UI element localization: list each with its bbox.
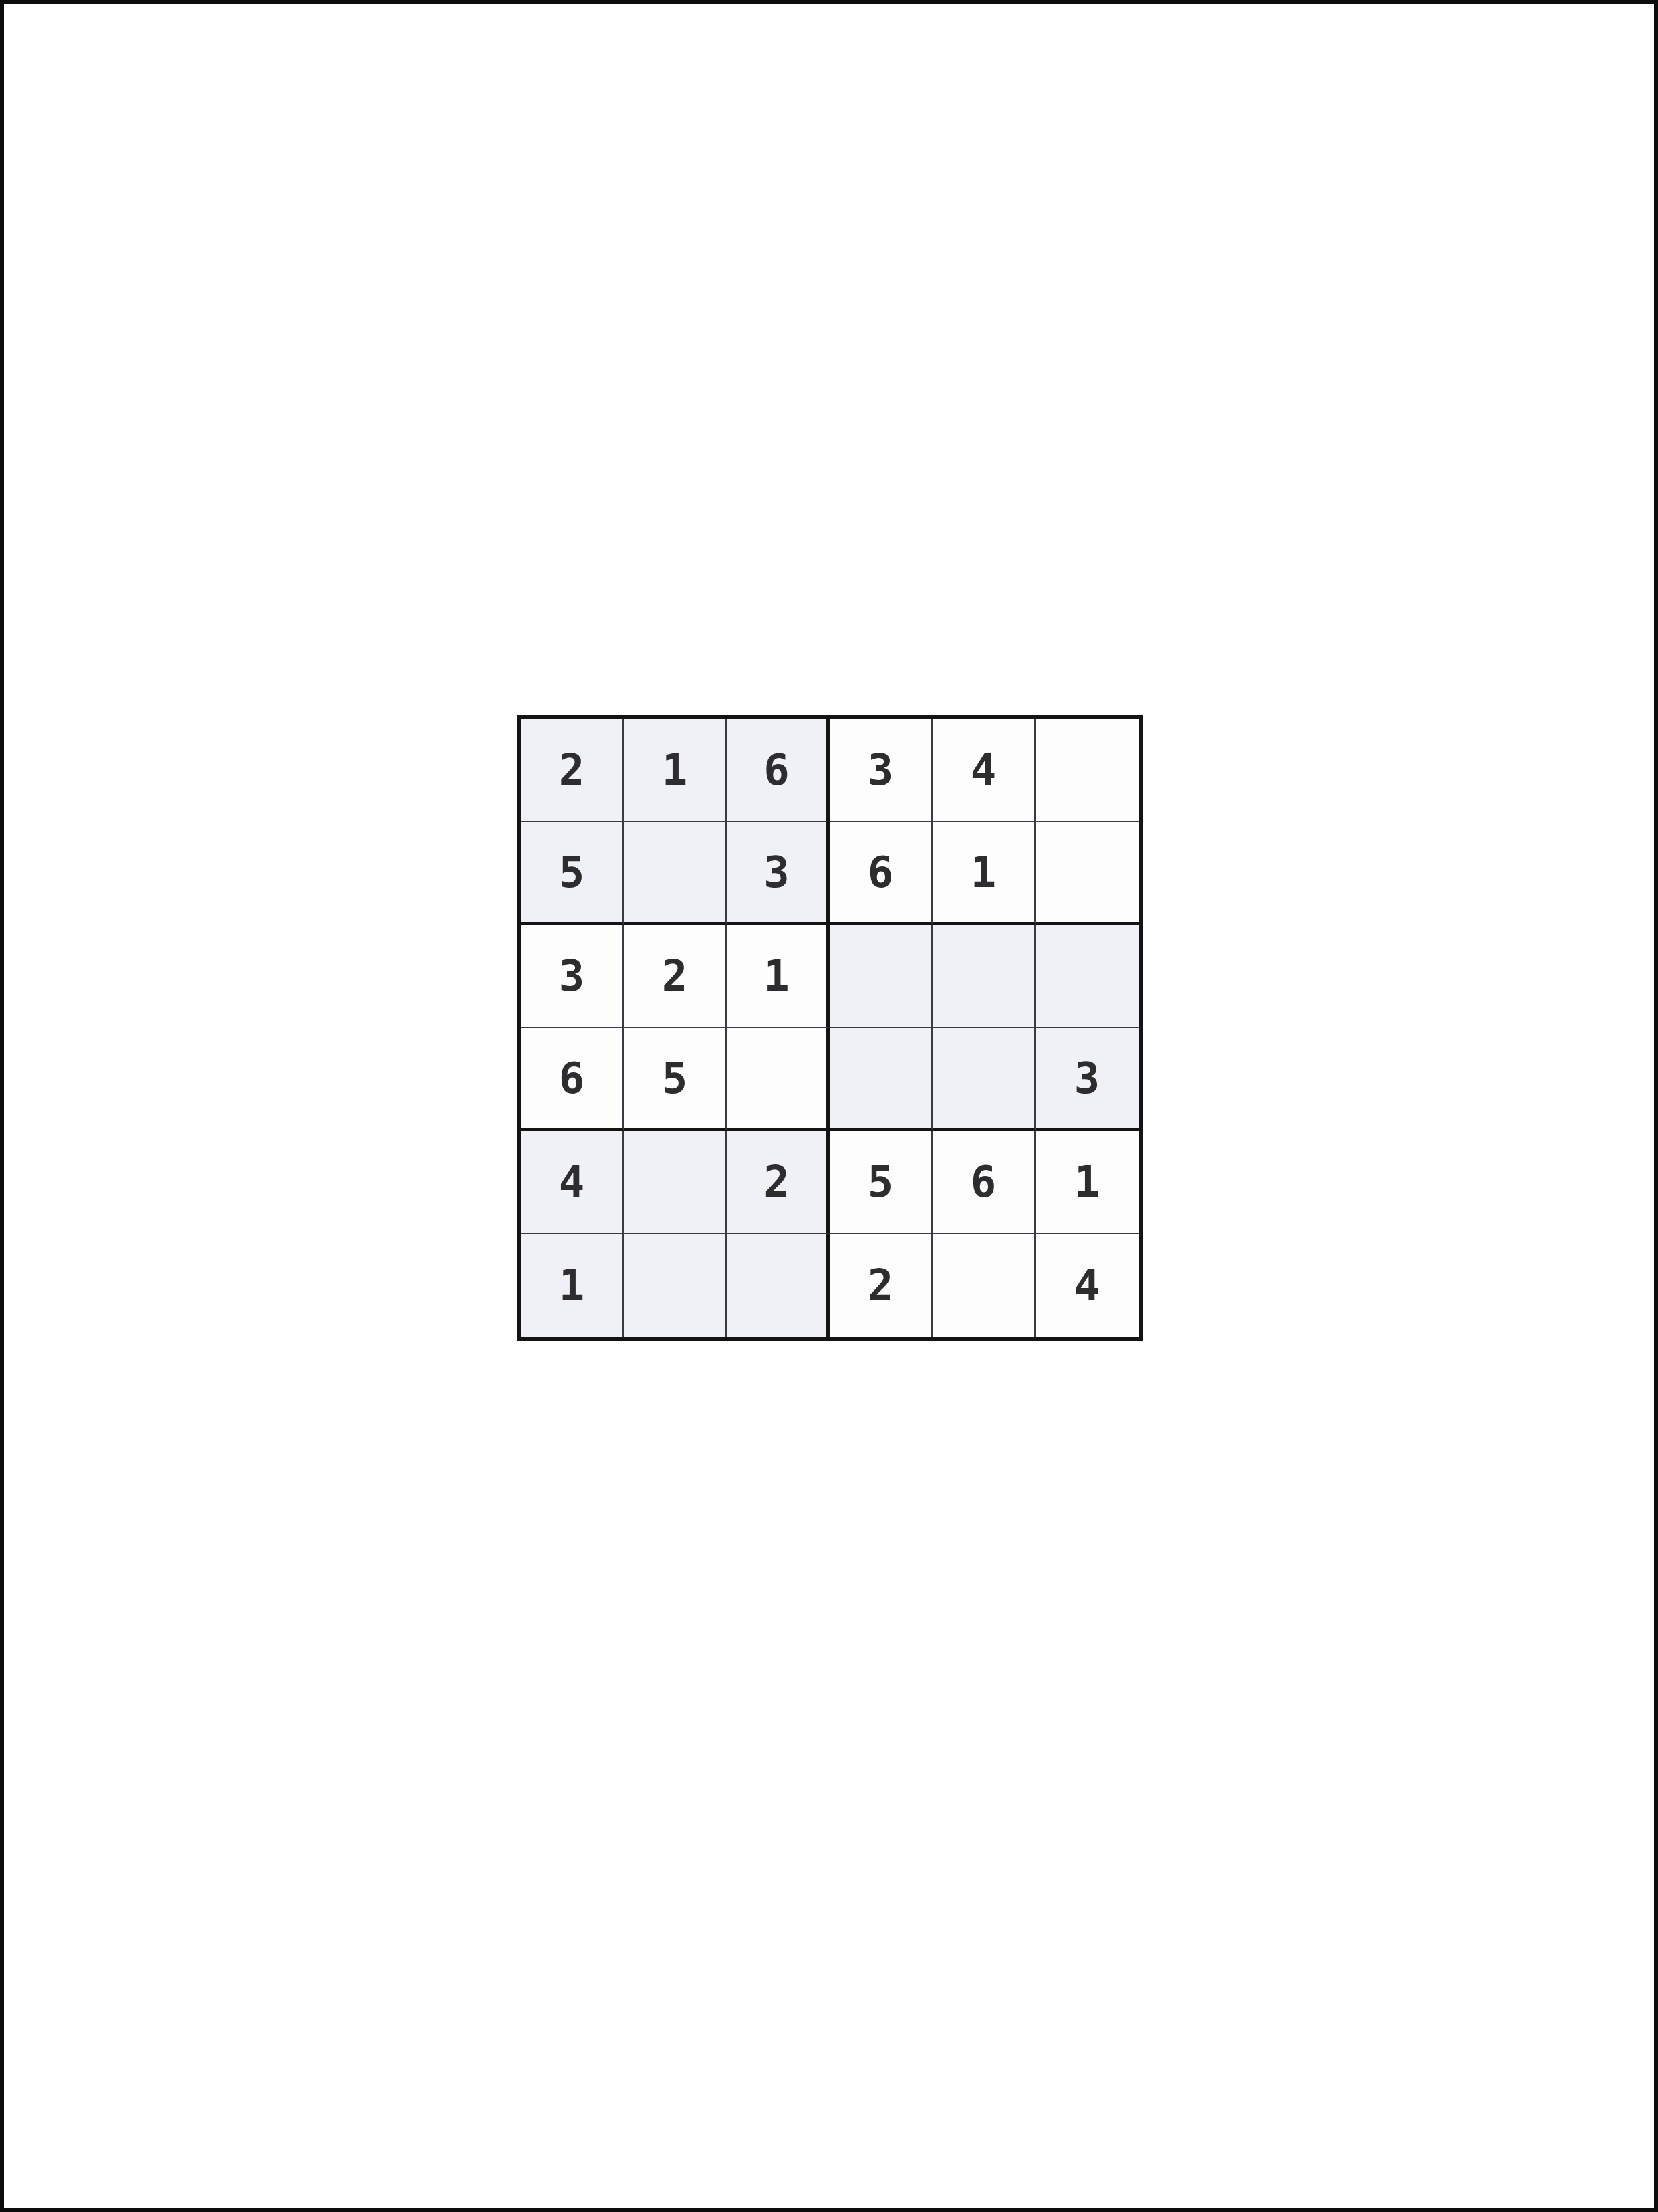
cell-r1c3[interactable]: 6 [727,719,830,822]
cell-r3c6[interactable] [1036,925,1139,1028]
cell-r3c1[interactable]: 3 [521,925,624,1028]
puzzle-page: 21634536132165342561124 [0,0,1658,2212]
cell-r3c4[interactable] [830,925,933,1028]
cell-r2c3[interactable]: 3 [727,822,830,925]
cell-r3c5[interactable] [933,925,1036,1028]
cell-r4c3[interactable] [727,1028,830,1131]
cell-r1c5[interactable]: 4 [933,719,1036,822]
cell-r4c4[interactable] [830,1028,933,1131]
cell-r5c1[interactable]: 4 [521,1131,624,1234]
cell-r4c5[interactable] [933,1028,1036,1131]
cell-r2c2[interactable] [624,822,727,925]
cell-r5c5[interactable]: 6 [933,1131,1036,1234]
cell-r3c3[interactable]: 1 [727,925,830,1028]
cell-r4c2[interactable]: 5 [624,1028,727,1131]
cell-r2c5[interactable]: 1 [933,822,1036,925]
cell-r2c1[interactable]: 5 [521,822,624,925]
cell-r4c1[interactable]: 6 [521,1028,624,1131]
sudoku-board: 21634536132165342561124 [517,715,1143,1341]
cell-r6c1[interactable]: 1 [521,1234,624,1337]
cell-r1c2[interactable]: 1 [624,719,727,822]
cell-r2c6[interactable] [1036,822,1139,925]
cell-r5c3[interactable]: 2 [727,1131,830,1234]
cell-r2c4[interactable]: 6 [830,822,933,925]
cell-r6c6[interactable]: 4 [1036,1234,1139,1337]
cell-r1c6[interactable] [1036,719,1139,822]
cell-r5c6[interactable]: 1 [1036,1131,1139,1234]
cell-r6c3[interactable] [727,1234,830,1337]
cell-r5c4[interactable]: 5 [830,1131,933,1234]
cell-r6c5[interactable] [933,1234,1036,1337]
cell-r6c4[interactable]: 2 [830,1234,933,1337]
cell-r5c2[interactable] [624,1131,727,1234]
cell-r6c2[interactable] [624,1234,727,1337]
cell-r4c6[interactable]: 3 [1036,1028,1139,1131]
cell-r3c2[interactable]: 2 [624,925,727,1028]
cell-r1c1[interactable]: 2 [521,719,624,822]
cell-r1c4[interactable]: 3 [830,719,933,822]
